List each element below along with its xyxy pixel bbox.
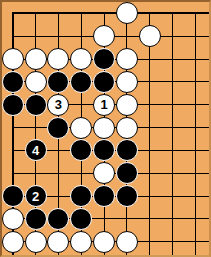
stone-white: [25, 71, 47, 93]
stone-black: [70, 139, 92, 161]
move-3-stone-white: 3: [47, 94, 69, 116]
stone-white: [116, 94, 138, 116]
stone-white: [2, 208, 24, 230]
stone-black: [47, 117, 69, 139]
stone-white: [47, 231, 69, 253]
stone-black: [2, 185, 24, 207]
stone-white: [116, 2, 138, 24]
stone-white: [47, 48, 69, 70]
stone-white: [93, 162, 115, 184]
stone-black: [93, 139, 115, 161]
stone-white: [2, 231, 24, 253]
stone-black: [2, 71, 24, 93]
stone-black: [70, 71, 92, 93]
stone-white: [2, 48, 24, 70]
stone-black: [47, 71, 69, 93]
stone-black: [70, 208, 92, 230]
stone-white: [70, 117, 92, 139]
stone-black: [25, 208, 47, 230]
move-2-stone-black: 2: [25, 185, 47, 207]
stone-black: [116, 139, 138, 161]
stone-black: [47, 208, 69, 230]
stone-white: [139, 25, 161, 47]
stone-white: [116, 48, 138, 70]
move-1-stone-white: 1: [93, 94, 115, 116]
stone-white: [116, 117, 138, 139]
stone-black: [116, 162, 138, 184]
stone-white: [25, 48, 47, 70]
stone-black: [2, 94, 24, 116]
stone-white: [93, 25, 115, 47]
stone-white: [93, 231, 115, 253]
stone-black: [93, 48, 115, 70]
stone-white: [25, 231, 47, 253]
stone-black: [70, 185, 92, 207]
stone-black: [93, 71, 115, 93]
stone-black: [25, 94, 47, 116]
stone-black: [116, 185, 138, 207]
stone-white: [116, 231, 138, 253]
stone-black: [93, 185, 115, 207]
stone-white: [70, 48, 92, 70]
go-board: 3142: [0, 0, 211, 257]
move-4-stone-black: 4: [25, 139, 47, 161]
stone-white: [116, 71, 138, 93]
stone-white: [93, 117, 115, 139]
stone-white: [70, 231, 92, 253]
stones-layer: 3142: [1, 2, 207, 253]
